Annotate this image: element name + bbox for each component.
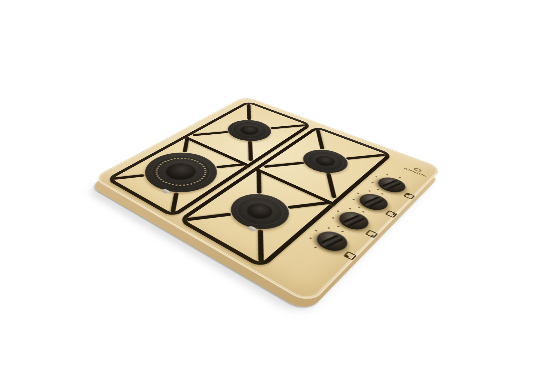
burner-position-dot [345, 254, 349, 257]
flame-level-dot [398, 176, 401, 177]
flame-level-dot [337, 210, 340, 212]
grate-finger [247, 104, 251, 120]
flame-level-dot [341, 230, 344, 232]
burner-position-icon [385, 210, 398, 218]
knob-grip [320, 234, 345, 248]
flame-level-dot [327, 227, 330, 229]
burner-position-dot [371, 235, 375, 238]
burner-position-dot [392, 213, 396, 215]
flame-level-dot [386, 174, 389, 175]
burner-position-icon [365, 229, 378, 238]
brand-logo [400, 164, 431, 180]
flame-level-dot [362, 211, 365, 213]
flame-level-dot [358, 206, 361, 208]
knob-grip [342, 214, 366, 226]
burner-position-icon [343, 251, 357, 260]
burner-position-icon [403, 192, 415, 199]
flame-level-dot [375, 176, 378, 177]
grate-finger [258, 229, 264, 261]
grate-finger [257, 170, 262, 194]
burner-position-dot [406, 193, 410, 195]
flame-level-dot [368, 190, 371, 192]
knob-grip [381, 180, 402, 190]
product-photo [0, 0, 554, 390]
flame-level-dot [357, 192, 360, 194]
knob-grip [362, 196, 384, 207]
flame-level-dot [337, 225, 340, 227]
flame-level-dot [315, 230, 318, 232]
flame-level-dot [314, 246, 317, 248]
flame-level-dot [381, 193, 384, 195]
flame-level-dot [348, 208, 351, 210]
grate-finger [248, 141, 253, 161]
flame-level-dot [377, 189, 380, 191]
gas-hob [92, 96, 443, 305]
